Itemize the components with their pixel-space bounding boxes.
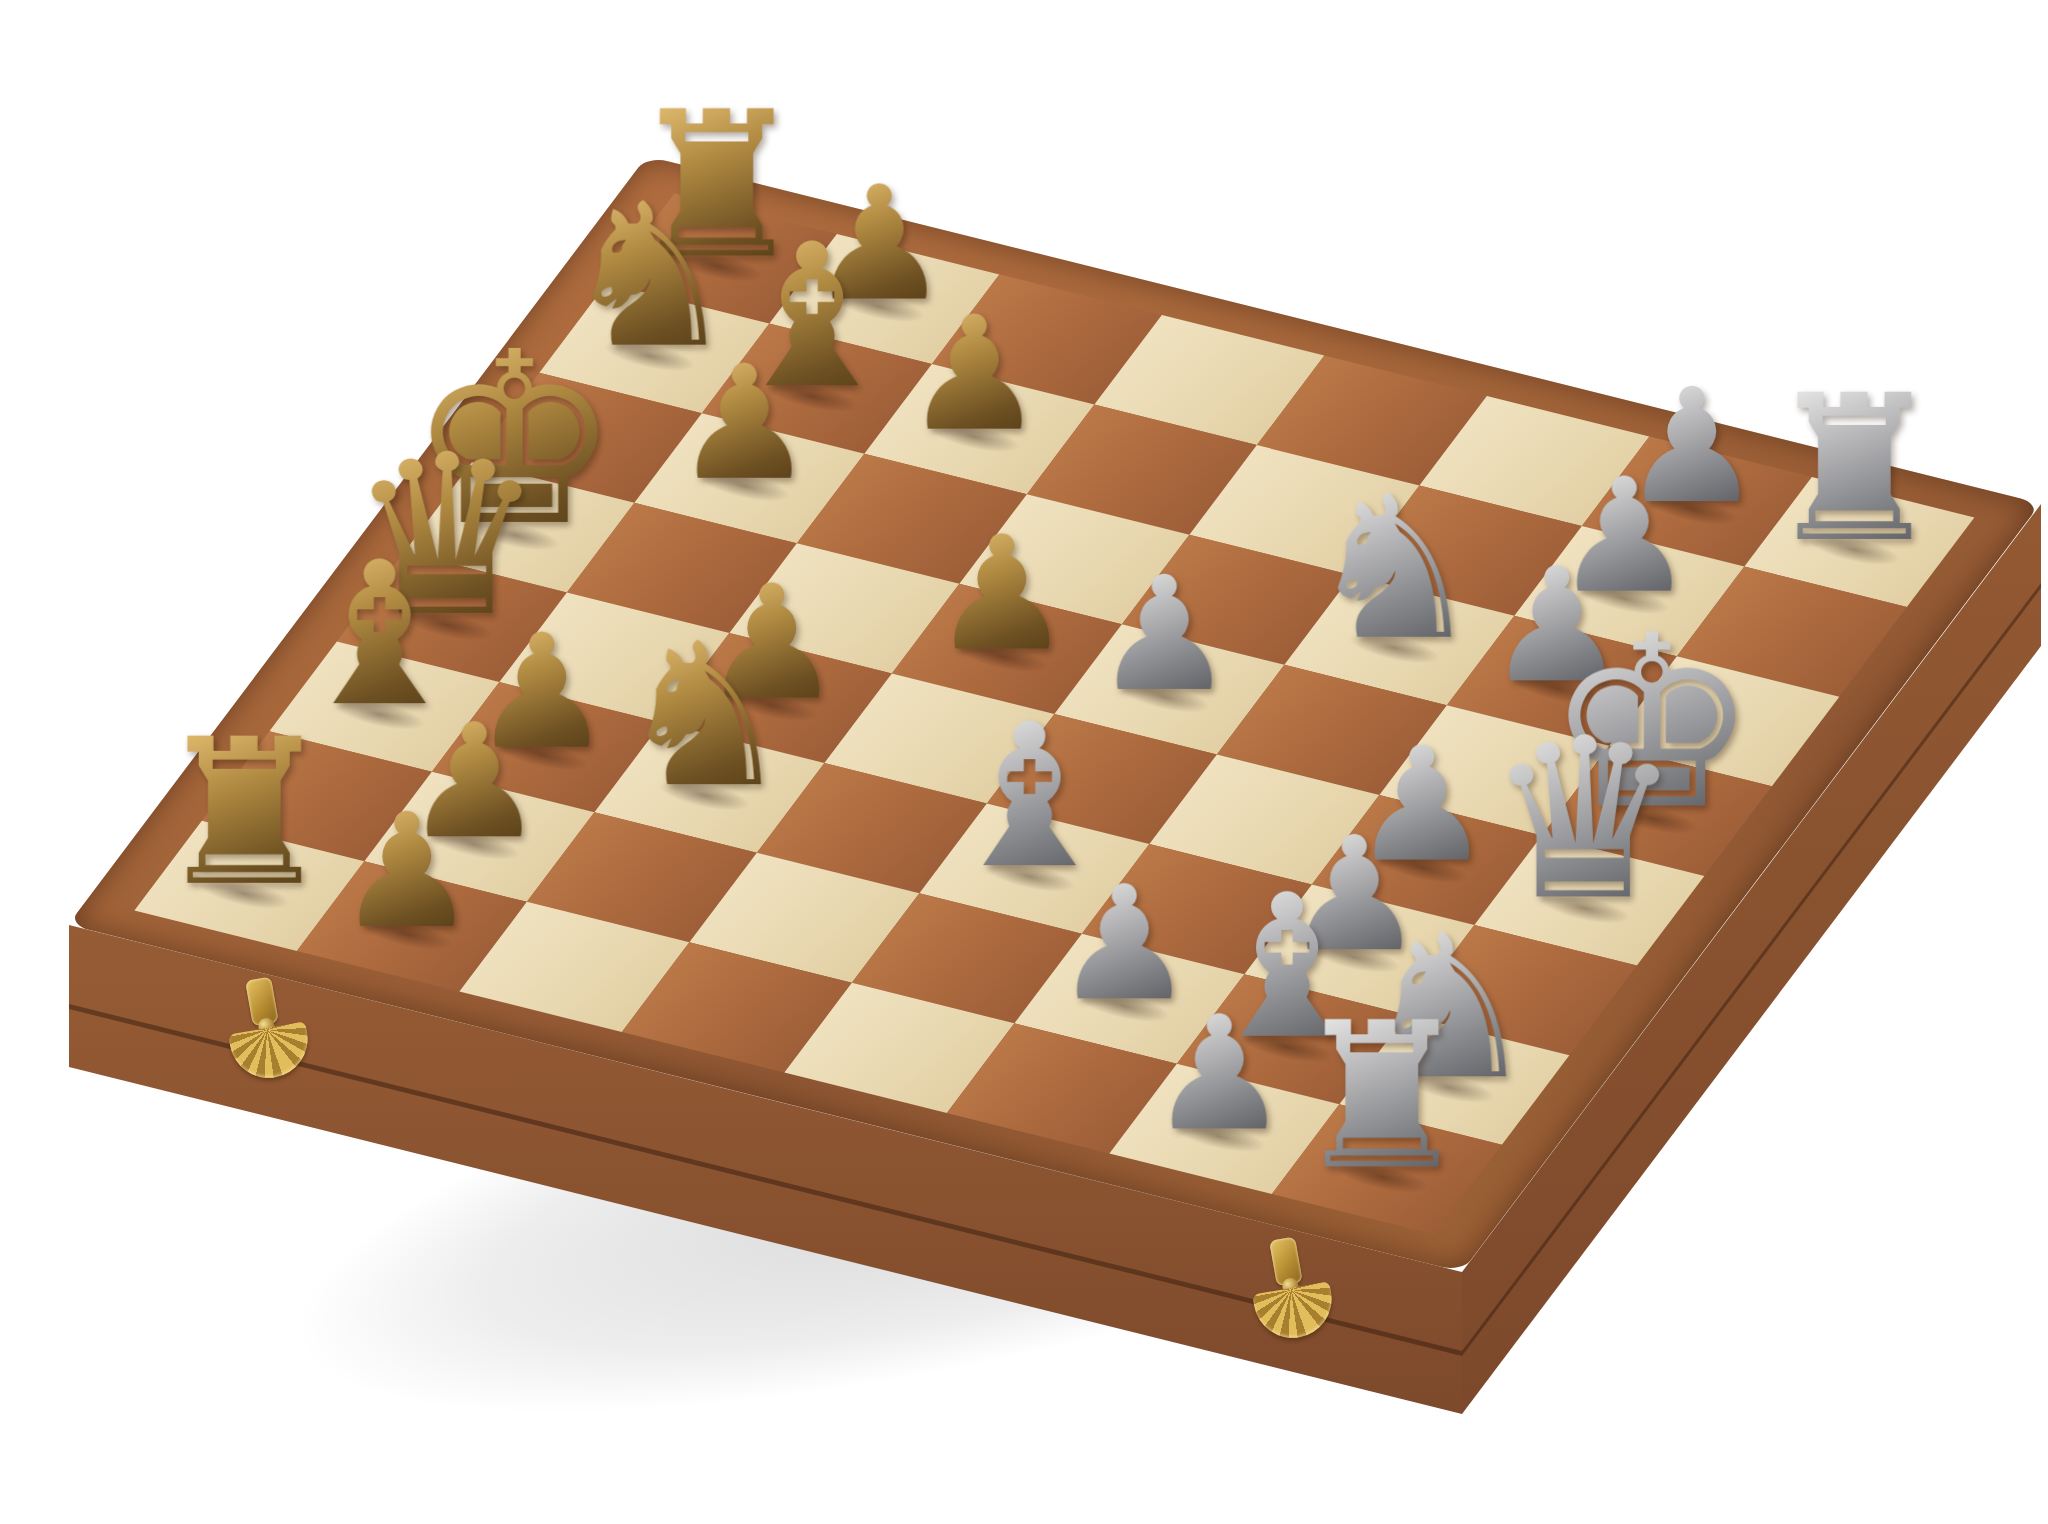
white-pawn-a2[interactable]: ♟	[336, 791, 478, 949]
black-pawn-a7[interactable]: ♟	[1148, 994, 1290, 1152]
chess-set-photo: ♜♟♟♜♞♝♟♟♟♞♟♚♟♟♚♛♟♟♛♝♟♞♝♟♟♟♝♞♜♟♟♜	[0, 0, 2048, 1524]
white-rook-a1[interactable]: ♜	[153, 711, 334, 913]
black-knight-f6[interactable]: ♞	[1305, 469, 1483, 667]
clasp-fan-plate	[228, 1021, 313, 1084]
clasp-fan-plate	[1252, 1281, 1337, 1344]
white-pawn-g3[interactable]: ♟	[903, 294, 1045, 452]
black-rook-a8[interactable]: ♜	[1291, 995, 1472, 1197]
white-pawn-e4[interactable]: ♟	[931, 514, 1073, 672]
square-a8[interactable]: ♜	[1272, 1104, 1502, 1234]
black-rook-h8[interactable]: ♜	[1763, 367, 1944, 569]
white-pawn-f2[interactable]: ♟	[673, 343, 815, 501]
white-knight-c3[interactable]: ♞	[615, 617, 793, 815]
